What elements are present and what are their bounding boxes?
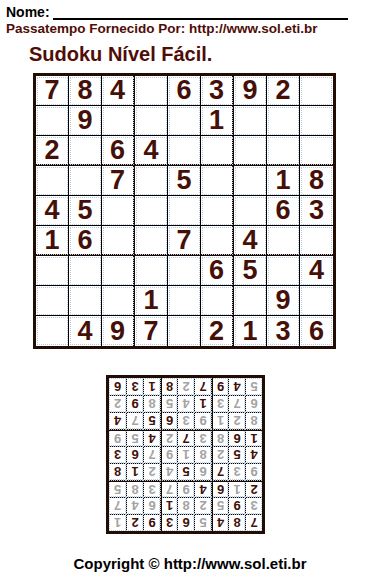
solution-cell-r4c8: 1 [126,463,143,480]
puzzle-cell-r5c5 [168,196,201,226]
solution-cell-r7c2: 2 [228,412,245,429]
puzzle-cell-r3c5 [168,136,201,166]
puzzle-cell-r7c2 [69,256,102,286]
solution-cell-r5c1: 4 [245,446,262,463]
puzzle-cell-r9c8: 3 [267,316,300,346]
puzzle-cell-r4c3: 7 [102,166,135,196]
solution-cell-r7c3: 1 [211,412,228,429]
puzzle-cell-r6c4 [135,226,168,256]
solution-cell-r7c5: 3 [177,412,194,429]
solution-cell-r1c9: 1 [109,514,126,531]
solution-cell-r8c2: 7 [228,395,245,412]
solution-cell-r1c1: 7 [245,514,262,531]
sudoku-solution-grid-rotated: 7845639213952816472164973859376542184528… [106,375,265,534]
solution-cell-r7c7: 5 [143,412,160,429]
puzzle-cell-r3c9 [300,136,333,166]
puzzle-cell-r1c2: 8 [69,76,102,106]
solution-cell-r8c7: 8 [143,395,160,412]
puzzle-cell-r2c9 [300,106,333,136]
puzzle-cell-r8c1 [36,286,69,316]
puzzle-cell-r3c6 [201,136,234,166]
solution-cell-r1c2: 8 [228,514,245,531]
solution-cell-r2c7: 6 [143,497,160,514]
solution-cell-r2c2: 9 [228,497,245,514]
solution-cell-r3c7: 3 [143,480,160,497]
puzzle-cell-r9c7: 1 [234,316,267,346]
solution-cell-r2c4: 2 [194,497,211,514]
puzzle-cell-r5c2: 5 [69,196,102,226]
puzzle-cell-r1c8: 2 [267,76,300,106]
solution-cell-r2c3: 5 [211,497,228,514]
puzzle-cell-r8c2 [69,286,102,316]
solution-cell-r6c4: 3 [194,429,211,446]
puzzle-cell-r9c3: 9 [102,316,135,346]
solution-cell-r8c1: 6 [245,395,262,412]
solution-cell-r5c9: 3 [109,446,126,463]
puzzle-cell-r1c9 [300,76,333,106]
puzzle-cell-r9c2: 4 [69,316,102,346]
puzzle-cell-r6c6 [201,226,234,256]
puzzle-cell-r4c8: 1 [267,166,300,196]
solution-cell-r6c3: 8 [211,429,228,446]
solution-cell-r3c2: 1 [228,480,245,497]
solution-cell-r1c8: 2 [126,514,143,531]
puzzle-cell-r8c6 [201,286,234,316]
puzzle-cell-r6c8 [267,226,300,256]
solution-cell-r2c5: 8 [177,497,194,514]
puzzle-cell-r9c6: 2 [201,316,234,346]
solution-cell-r8c3: 3 [211,395,228,412]
solution-cell-r6c6: 2 [160,429,177,446]
solution-cell-r9c2: 4 [228,378,245,395]
puzzle-cell-r5c1: 4 [36,196,69,226]
solution-cell-r4c7: 2 [143,463,160,480]
solution-cell-r4c2: 3 [228,463,245,480]
solution-cell-r9c9: 6 [109,378,126,395]
puzzle-cell-r3c1: 2 [36,136,69,166]
puzzle-cell-r1c4 [135,76,168,106]
solution-cell-r3c9: 5 [109,480,126,497]
solution-cell-r8c8: 9 [126,395,143,412]
solution-cell-r5c4: 8 [194,446,211,463]
solution-cell-r5c3: 2 [211,446,228,463]
puzzle-cell-r2c1 [36,106,69,136]
puzzle-cell-r4c2 [69,166,102,196]
puzzle-cell-r6c3 [102,226,135,256]
solution-cell-r4c4: 6 [194,463,211,480]
puzzle-cell-r7c1 [36,256,69,286]
solution-cell-r5c5: 1 [177,446,194,463]
puzzle-cell-r2c5 [168,106,201,136]
puzzle-cell-r2c3 [102,106,135,136]
puzzle-cell-r5c9: 3 [300,196,333,226]
puzzle-cell-r1c3: 4 [102,76,135,106]
solution-cell-r3c5: 9 [177,480,194,497]
puzzle-cell-r2c6: 1 [201,106,234,136]
puzzle-cell-r4c7 [234,166,267,196]
solution-cell-r1c3: 4 [211,514,228,531]
solution-cell-r8c5: 4 [177,395,194,412]
puzzle-cell-r1c7: 9 [234,76,267,106]
solution-cell-r6c2: 6 [228,429,245,446]
puzzle-cell-r7c9: 4 [300,256,333,286]
puzzle-cell-r8c5 [168,286,201,316]
solution-cell-r3c8: 8 [126,480,143,497]
solution-cell-r2c1: 3 [245,497,262,514]
solution-cell-r6c5: 7 [177,429,194,446]
puzzle-cell-r9c1 [36,316,69,346]
solution-cell-r3c1: 2 [245,480,262,497]
solution-cell-r9c3: 9 [211,378,228,395]
solution-cell-r3c6: 7 [160,480,177,497]
solution-cell-r5c6: 9 [160,446,177,463]
puzzle-cell-r8c3 [102,286,135,316]
solution-cell-r6c7: 4 [143,429,160,446]
puzzle-cell-r8c9 [300,286,333,316]
puzzle-cell-r3c2 [69,136,102,166]
puzzle-cell-r2c4 [135,106,168,136]
puzzle-cell-r7c8 [267,256,300,286]
solution-cell-r2c6: 1 [160,497,177,514]
solution-cell-r1c7: 9 [143,514,160,531]
puzzle-cell-r5c4 [135,196,168,226]
page-title: Sudoku Nível Fácil. [29,43,212,66]
solution-cell-r4c6: 4 [160,463,177,480]
puzzle-cell-r3c4: 4 [135,136,168,166]
solution-cell-r6c9: 9 [109,429,126,446]
puzzle-cell-r4c6 [201,166,234,196]
solution-cell-r6c1: 1 [245,429,262,446]
puzzle-cell-r3c8 [267,136,300,166]
puzzle-cell-r4c9: 8 [300,166,333,196]
puzzle-cell-r2c7 [234,106,267,136]
puzzle-cell-r6c1: 1 [36,226,69,256]
solution-cell-r9c8: 3 [126,378,143,395]
puzzle-cell-r6c9 [300,226,333,256]
puzzle-cell-r6c7: 4 [234,226,267,256]
puzzle-cell-r3c7 [234,136,267,166]
solution-cell-r4c1: 9 [245,463,262,480]
puzzle-cell-r1c5: 6 [168,76,201,106]
puzzle-cell-r7c5 [168,256,201,286]
solution-cell-r7c1: 8 [245,412,262,429]
solution-cell-r7c8: 7 [126,412,143,429]
puzzle-cell-r6c2: 6 [69,226,102,256]
solution-cell-r2c8: 4 [126,497,143,514]
solution-cell-r4c9: 8 [109,463,126,480]
worksheet-page: Nome: Passatempo Fornecido Por: http://w… [0,0,380,585]
solution-cell-r9c6: 8 [160,378,177,395]
puzzle-cell-r8c7 [234,286,267,316]
solution-cell-r3c4: 4 [194,480,211,497]
puzzle-cell-r8c4: 1 [135,286,168,316]
copyright-line: Copyright © http://www.sol.eti.br [0,555,380,572]
solution-cell-r2c9: 7 [109,497,126,514]
solution-cell-r5c8: 6 [126,446,143,463]
solution-cell-r5c7: 7 [143,446,160,463]
puzzle-cell-r4c1 [36,166,69,196]
solution-cell-r1c6: 3 [160,514,177,531]
puzzle-cell-r4c5: 5 [168,166,201,196]
solution-cell-r4c3: 7 [211,463,228,480]
solution-cell-r7c9: 4 [109,412,126,429]
puzzle-cell-r3c3: 6 [102,136,135,166]
puzzle-cell-r7c6: 6 [201,256,234,286]
puzzle-cell-r4c4 [135,166,168,196]
puzzle-cell-r7c3 [102,256,135,286]
puzzle-cell-r7c7: 5 [234,256,267,286]
puzzle-cell-r6c5: 7 [168,226,201,256]
puzzle-cell-r5c8: 6 [267,196,300,226]
solution-cell-r8c4: 1 [194,395,211,412]
puzzle-cell-r9c4: 7 [135,316,168,346]
puzzle-cell-r1c1: 7 [36,76,69,106]
name-underline [53,3,348,20]
solution-cell-r6c8: 5 [126,429,143,446]
solution-cell-r9c1: 5 [245,378,262,395]
solution-cell-r1c4: 5 [194,514,211,531]
solution-cell-r1c5: 6 [177,514,194,531]
name-line: Nome: [6,3,348,20]
solution-cell-r4c5: 5 [177,463,194,480]
provider-line: Passatempo Fornecido Por: http://www.sol… [6,21,318,36]
puzzle-cell-r9c9: 6 [300,316,333,346]
puzzle-cell-r5c7 [234,196,267,226]
puzzle-cell-r5c6 [201,196,234,226]
solution-cell-r9c4: 7 [194,378,211,395]
solution-cell-r8c6: 5 [160,395,177,412]
puzzle-cell-r9c5 [168,316,201,346]
solution-cell-r7c4: 9 [194,412,211,429]
solution-cell-r7c6: 6 [160,412,177,429]
puzzle-cell-r5c3 [102,196,135,226]
puzzle-cell-r1c6: 3 [201,76,234,106]
puzzle-cell-r2c2: 9 [69,106,102,136]
name-label: Nome: [6,4,50,20]
solution-cell-r9c5: 2 [177,378,194,395]
solution-cell-r3c3: 6 [211,480,228,497]
sudoku-puzzle-grid: 784639291264751845631674654194972136 [33,73,336,349]
solution-cell-r5c2: 5 [228,446,245,463]
solution-cell-r9c7: 1 [143,378,160,395]
puzzle-cell-r7c4 [135,256,168,286]
puzzle-cell-r2c8 [267,106,300,136]
solution-cell-r8c9: 2 [109,395,126,412]
puzzle-cell-r8c8: 9 [267,286,300,316]
